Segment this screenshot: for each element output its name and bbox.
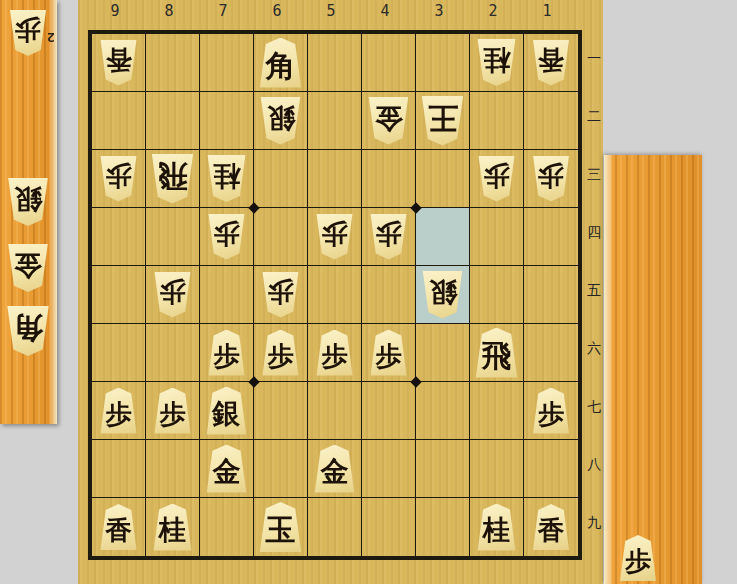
- square-19[interactable]: 香: [524, 498, 578, 556]
- square-41[interactable]: [362, 34, 416, 92]
- piece-kanji: 金: [213, 458, 241, 486]
- gote-hand-slot-bishop: 角: [5, 306, 51, 356]
- square-37[interactable]: [416, 382, 470, 440]
- square-67[interactable]: [254, 382, 308, 440]
- piece-kanji: 飛: [482, 341, 512, 371]
- square-96[interactable]: [92, 324, 146, 382]
- sente-hand-slot-pawn: 歩: [618, 535, 658, 581]
- file-label-7: 7: [196, 2, 250, 20]
- square-76[interactable]: 歩: [200, 324, 254, 382]
- file-label-9: 9: [88, 2, 142, 20]
- piece-kanji: 銀: [14, 185, 42, 213]
- piece-kanji: 歩: [160, 279, 186, 305]
- piece-gote-bishop[interactable]: 角: [5, 306, 51, 356]
- piece-kanji: 桂: [213, 162, 240, 189]
- file-label-4: 4: [358, 2, 412, 20]
- piece-sente-pawn[interactable]: 歩: [369, 330, 409, 376]
- piece-kanji: 桂: [483, 46, 510, 73]
- square-21[interactable]: 桂: [470, 34, 524, 92]
- square-62[interactable]: 銀: [254, 92, 308, 150]
- square-92[interactable]: [92, 92, 146, 150]
- square-61[interactable]: 角: [254, 34, 308, 92]
- piece-gote-silver[interactable]: 銀: [421, 271, 465, 319]
- square-93[interactable]: 歩: [92, 150, 146, 208]
- square-48[interactable]: [362, 440, 416, 498]
- piece-gote-pawn[interactable]: 歩: [315, 214, 355, 260]
- square-86[interactable]: [146, 324, 200, 382]
- piece-gote-knight[interactable]: 桂: [476, 39, 518, 86]
- rank-labels: 一二三四五六七八九: [585, 30, 603, 552]
- square-56[interactable]: 歩: [308, 324, 362, 382]
- piece-sente-king[interactable]: 玉: [258, 502, 304, 552]
- file-label-8: 8: [142, 2, 196, 20]
- square-14[interactable]: [524, 208, 578, 266]
- square-38[interactable]: [416, 440, 470, 498]
- square-89[interactable]: 桂: [146, 498, 200, 556]
- square-59[interactable]: [308, 498, 362, 556]
- piece-sente-pawn[interactable]: 歩: [315, 330, 355, 376]
- square-63[interactable]: [254, 150, 308, 208]
- square-25[interactable]: [470, 266, 524, 324]
- square-81[interactable]: [146, 34, 200, 92]
- file-labels: 987654321: [88, 2, 574, 20]
- square-69[interactable]: 玉: [254, 498, 308, 556]
- square-79[interactable]: [200, 498, 254, 556]
- piece-sente-pawn[interactable]: 歩: [153, 388, 193, 434]
- piece-gote-pawn[interactable]: 歩: [8, 10, 48, 56]
- piece-kanji: 歩: [538, 401, 564, 427]
- piece-gote-gold[interactable]: 金: [367, 97, 411, 145]
- square-95[interactable]: [92, 266, 146, 324]
- piece-kanji: 歩: [214, 343, 240, 369]
- piece-kanji: 銀: [213, 400, 241, 428]
- piece-sente-pawn[interactable]: 歩: [531, 388, 571, 434]
- shogi-app: 987654321 一二三四五六七八九 香角桂香銀金王歩飛桂歩歩歩歩歩歩歩銀歩歩…: [0, 0, 737, 584]
- piece-sente-pawn[interactable]: 歩: [207, 330, 247, 376]
- square-45[interactable]: [362, 266, 416, 324]
- square-26[interactable]: 飛: [470, 324, 524, 382]
- square-24[interactable]: [470, 208, 524, 266]
- piece-kanji: 香: [538, 47, 564, 73]
- piece-kanji: 歩: [268, 343, 294, 369]
- square-39[interactable]: [416, 498, 470, 556]
- piece-kanji: 歩: [268, 279, 294, 305]
- piece-gote-pawn[interactable]: 歩: [477, 156, 517, 202]
- sente-hand-stand: 歩: [604, 155, 702, 584]
- square-91[interactable]: 香: [92, 34, 146, 92]
- file-label-2: 2: [466, 2, 520, 20]
- piece-kanji: 銀: [429, 278, 457, 306]
- piece-gote-silver[interactable]: 銀: [6, 178, 50, 226]
- square-65[interactable]: 歩: [254, 266, 308, 324]
- piece-kanji: 香: [106, 517, 132, 543]
- square-71[interactable]: [200, 34, 254, 92]
- square-57[interactable]: [308, 382, 362, 440]
- rank-label-1: 一: [585, 30, 603, 88]
- file-label-6: 6: [250, 2, 304, 20]
- piece-kanji: 王: [428, 103, 458, 133]
- square-84[interactable]: [146, 208, 200, 266]
- square-17[interactable]: 歩: [524, 382, 578, 440]
- piece-kanji: 飛: [158, 161, 188, 191]
- piece-gote-rook[interactable]: 飛: [150, 154, 196, 204]
- gote-hand-slot-pawn: 歩: [8, 10, 48, 56]
- piece-sente-pawn[interactable]: 歩: [261, 330, 301, 376]
- square-44[interactable]: 歩: [362, 208, 416, 266]
- square-66[interactable]: 歩: [254, 324, 308, 382]
- piece-kanji: 角: [266, 51, 296, 81]
- square-53[interactable]: [308, 150, 362, 208]
- piece-sente-bishop[interactable]: 角: [258, 38, 304, 88]
- square-51[interactable]: [308, 34, 362, 92]
- file-label-3: 3: [412, 2, 466, 20]
- rank-label-2: 二: [585, 88, 603, 146]
- square-22[interactable]: [470, 92, 524, 150]
- piece-kanji: 歩: [160, 401, 186, 427]
- piece-gote-silver[interactable]: 銀: [259, 97, 303, 145]
- file-label-1: 1: [520, 2, 574, 20]
- piece-gote-lance[interactable]: 香: [531, 40, 571, 86]
- piece-kanji: 金: [321, 458, 349, 486]
- square-82[interactable]: [146, 92, 200, 150]
- square-72[interactable]: [200, 92, 254, 150]
- piece-sente-lance[interactable]: 香: [99, 504, 139, 550]
- square-34[interactable]: [416, 208, 470, 266]
- square-46[interactable]: 歩: [362, 324, 416, 382]
- square-47[interactable]: [362, 382, 416, 440]
- piece-kanji: 歩: [538, 163, 564, 189]
- square-32[interactable]: 王: [416, 92, 470, 150]
- square-94[interactable]: [92, 208, 146, 266]
- piece-kanji: 香: [538, 517, 564, 543]
- square-43[interactable]: [362, 150, 416, 208]
- square-27[interactable]: [470, 382, 524, 440]
- rank-label-3: 三: [585, 146, 603, 204]
- board-grid: 香角桂香銀金王歩飛桂歩歩歩歩歩歩歩銀歩歩歩歩飛歩歩銀歩金金香桂玉桂香: [88, 30, 582, 560]
- piece-kanji: 歩: [322, 221, 348, 247]
- piece-kanji: 歩: [106, 163, 132, 189]
- gote-hand-slot-silver: 銀: [6, 178, 50, 226]
- piece-gote-gold[interactable]: 金: [6, 244, 50, 292]
- square-23[interactable]: 歩: [470, 150, 524, 208]
- square-98[interactable]: [92, 440, 146, 498]
- piece-kanji: 歩: [322, 343, 348, 369]
- piece-kanji: 歩: [15, 17, 41, 43]
- gote-hand-count-pawn: 2: [47, 30, 55, 45]
- piece-kanji: 桂: [483, 517, 510, 544]
- square-31[interactable]: [416, 34, 470, 92]
- square-35[interactable]: 銀: [416, 266, 470, 324]
- piece-kanji: 金: [375, 104, 403, 132]
- file-label-5: 5: [304, 2, 358, 20]
- rank-label-5: 五: [585, 262, 603, 320]
- square-68[interactable]: [254, 440, 308, 498]
- square-75[interactable]: [200, 266, 254, 324]
- piece-sente-rook[interactable]: 飛: [474, 328, 520, 378]
- piece-sente-gold[interactable]: 金: [313, 445, 357, 493]
- piece-kanji: 桂: [159, 517, 186, 544]
- piece-kanji: 香: [106, 47, 132, 73]
- piece-gote-knight[interactable]: 桂: [206, 155, 248, 202]
- square-42[interactable]: 金: [362, 92, 416, 150]
- square-29[interactable]: 桂: [470, 498, 524, 556]
- square-87[interactable]: 歩: [146, 382, 200, 440]
- rank-label-7: 七: [585, 378, 603, 436]
- square-54[interactable]: 歩: [308, 208, 362, 266]
- piece-sente-gold[interactable]: 金: [205, 445, 249, 493]
- piece-gote-pawn[interactable]: 歩: [531, 156, 571, 202]
- piece-sente-lance[interactable]: 香: [531, 504, 571, 550]
- square-99[interactable]: 香: [92, 498, 146, 556]
- piece-kanji: 金: [14, 251, 42, 279]
- gote-hand-slot-gold: 金: [6, 244, 50, 292]
- piece-kanji: 歩: [376, 221, 402, 247]
- square-33[interactable]: [416, 150, 470, 208]
- square-16[interactable]: [524, 324, 578, 382]
- square-55[interactable]: [308, 266, 362, 324]
- square-18[interactable]: [524, 440, 578, 498]
- rank-label-9: 九: [585, 494, 603, 552]
- square-36[interactable]: [416, 324, 470, 382]
- gote-hand-stand: 歩2銀金角: [0, 0, 57, 424]
- piece-gote-pawn[interactable]: 歩: [261, 272, 301, 318]
- square-11[interactable]: 香: [524, 34, 578, 92]
- square-85[interactable]: 歩: [146, 266, 200, 324]
- piece-kanji: 銀: [267, 104, 295, 132]
- piece-kanji: 歩: [625, 548, 651, 574]
- square-58[interactable]: 金: [308, 440, 362, 498]
- square-64[interactable]: [254, 208, 308, 266]
- piece-kanji: 歩: [106, 401, 132, 427]
- square-13[interactable]: 歩: [524, 150, 578, 208]
- square-49[interactable]: [362, 498, 416, 556]
- piece-gote-pawn[interactable]: 歩: [369, 214, 409, 260]
- piece-sente-pawn[interactable]: 歩: [99, 388, 139, 434]
- square-74[interactable]: 歩: [200, 208, 254, 266]
- square-28[interactable]: [470, 440, 524, 498]
- square-73[interactable]: 桂: [200, 150, 254, 208]
- piece-sente-knight[interactable]: 桂: [476, 504, 518, 551]
- square-97[interactable]: 歩: [92, 382, 146, 440]
- piece-gote-pawn[interactable]: 歩: [207, 214, 247, 260]
- piece-sente-silver[interactable]: 銀: [205, 387, 249, 435]
- rank-label-8: 八: [585, 436, 603, 494]
- piece-kanji: 角: [13, 313, 43, 343]
- piece-gote-king[interactable]: 王: [420, 96, 466, 146]
- square-15[interactable]: [524, 266, 578, 324]
- square-52[interactable]: [308, 92, 362, 150]
- piece-sente-pawn[interactable]: 歩: [618, 535, 658, 581]
- piece-kanji: 玉: [266, 515, 296, 545]
- square-83[interactable]: 飛: [146, 150, 200, 208]
- board-area: 987654321 一二三四五六七八九 香角桂香銀金王歩飛桂歩歩歩歩歩歩歩銀歩歩…: [78, 0, 603, 584]
- piece-kanji: 歩: [214, 221, 240, 247]
- square-78[interactable]: 金: [200, 440, 254, 498]
- square-12[interactable]: [524, 92, 578, 150]
- piece-gote-lance[interactable]: 香: [99, 40, 139, 86]
- rank-label-4: 四: [585, 204, 603, 262]
- piece-gote-pawn[interactable]: 歩: [153, 272, 193, 318]
- piece-sente-knight[interactable]: 桂: [152, 504, 194, 551]
- square-77[interactable]: 銀: [200, 382, 254, 440]
- rank-label-6: 六: [585, 320, 603, 378]
- piece-gote-pawn[interactable]: 歩: [99, 156, 139, 202]
- square-88[interactable]: [146, 440, 200, 498]
- piece-kanji: 歩: [484, 163, 510, 189]
- piece-kanji: 歩: [376, 343, 402, 369]
